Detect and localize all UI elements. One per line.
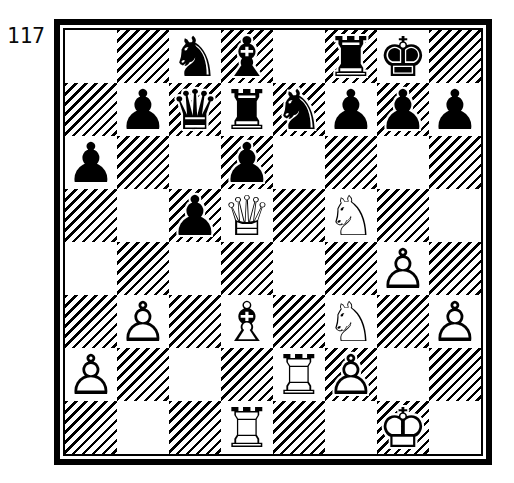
square-f5: ♞♘: [325, 189, 377, 242]
piece-black-bishop: ♝♝: [221, 30, 273, 83]
square-b2: [117, 348, 169, 401]
square-f1: [325, 401, 377, 454]
piece-white-king: ♚♔: [377, 401, 429, 454]
square-h4: [429, 242, 481, 295]
square-b1: [117, 401, 169, 454]
square-a7: [65, 83, 117, 136]
square-f4: [325, 242, 377, 295]
square-g8: ♚♚: [377, 30, 429, 83]
square-b8: [117, 30, 169, 83]
square-a8: [65, 30, 117, 83]
piece-black-rook: ♜♜: [221, 83, 273, 136]
page: { "diagram_number": "117", "game": "ches…: [0, 0, 514, 483]
piece-white-pawn: ♟♙: [377, 242, 429, 295]
square-h3: ♟♙: [429, 295, 481, 348]
square-d8: ♝♝: [221, 30, 273, 83]
square-g1: ♚♔: [377, 401, 429, 454]
piece-white-pawn: ♟♙: [325, 348, 377, 401]
piece-black-pawn: ♟♟: [65, 136, 117, 189]
square-g4: ♟♙: [377, 242, 429, 295]
square-h7: ♟♟: [429, 83, 481, 136]
piece-black-queen: ♛♛: [169, 83, 221, 136]
square-c5: ♟♟: [169, 189, 221, 242]
square-g7: ♟♟: [377, 83, 429, 136]
piece-white-knight: ♞♘: [325, 295, 377, 348]
square-d2: [221, 348, 273, 401]
square-e7: ♞♞: [273, 83, 325, 136]
square-b7: ♟♟: [117, 83, 169, 136]
square-a6: ♟♟: [65, 136, 117, 189]
square-g2: [377, 348, 429, 401]
piece-white-pawn: ♟♙: [429, 295, 481, 348]
piece-white-queen: ♛♕: [221, 189, 273, 242]
square-e4: [273, 242, 325, 295]
square-h1: [429, 401, 481, 454]
square-e8: [273, 30, 325, 83]
square-d3: ♝♗: [221, 295, 273, 348]
piece-white-pawn: ♟♙: [65, 348, 117, 401]
square-f8: ♜♜: [325, 30, 377, 83]
square-h6: [429, 136, 481, 189]
square-e6: [273, 136, 325, 189]
square-c1: [169, 401, 221, 454]
square-d6: ♟♟: [221, 136, 273, 189]
square-c6: [169, 136, 221, 189]
square-f7: ♟♟: [325, 83, 377, 136]
square-h2: [429, 348, 481, 401]
square-e5: [273, 189, 325, 242]
piece-black-knight: ♞♞: [169, 30, 221, 83]
square-a5: [65, 189, 117, 242]
piece-black-rook: ♜♜: [325, 30, 377, 83]
piece-white-knight: ♞♘: [325, 189, 377, 242]
square-c3: [169, 295, 221, 348]
chess-board-frame: ♞♞♝♝♜♜♚♚♟♟♛♛♜♜♞♞♟♟♟♟♟♟♟♟♟♟♟♟♛♕♞♘♟♙♟♙♝♗♞♘…: [54, 19, 492, 465]
piece-white-rook: ♜♖: [221, 401, 273, 454]
chess-board-inner-border: ♞♞♝♝♜♜♚♚♟♟♛♛♜♜♞♞♟♟♟♟♟♟♟♟♟♟♟♟♛♕♞♘♟♙♟♙♝♗♞♘…: [63, 28, 483, 456]
square-b6: [117, 136, 169, 189]
piece-white-rook: ♜♖: [273, 348, 325, 401]
square-e3: [273, 295, 325, 348]
piece-black-pawn: ♟♟: [429, 83, 481, 136]
square-a3: [65, 295, 117, 348]
square-h5: [429, 189, 481, 242]
square-f6: [325, 136, 377, 189]
square-g5: [377, 189, 429, 242]
square-d4: [221, 242, 273, 295]
square-c7: ♛♛: [169, 83, 221, 136]
piece-black-pawn: ♟♟: [169, 189, 221, 242]
piece-black-king: ♚♚: [377, 30, 429, 83]
square-a2: ♟♙: [65, 348, 117, 401]
square-b3: ♟♙: [117, 295, 169, 348]
square-f2: ♟♙: [325, 348, 377, 401]
square-f3: ♞♘: [325, 295, 377, 348]
square-h8: [429, 30, 481, 83]
piece-white-pawn: ♟♙: [117, 295, 169, 348]
square-c2: [169, 348, 221, 401]
square-e1: [273, 401, 325, 454]
square-d5: ♛♕: [221, 189, 273, 242]
chess-board: ♞♞♝♝♜♜♚♚♟♟♛♛♜♜♞♞♟♟♟♟♟♟♟♟♟♟♟♟♛♕♞♘♟♙♟♙♝♗♞♘…: [65, 30, 481, 454]
piece-black-pawn: ♟♟: [221, 136, 273, 189]
square-g3: [377, 295, 429, 348]
piece-black-knight: ♞♞: [273, 83, 325, 136]
square-d1: ♜♖: [221, 401, 273, 454]
square-a4: [65, 242, 117, 295]
diagram-number: 117: [7, 24, 45, 48]
square-b4: [117, 242, 169, 295]
square-c4: [169, 242, 221, 295]
square-d7: ♜♜: [221, 83, 273, 136]
piece-white-bishop: ♝♗: [221, 295, 273, 348]
piece-black-pawn: ♟♟: [117, 83, 169, 136]
square-b5: [117, 189, 169, 242]
square-g6: [377, 136, 429, 189]
piece-black-pawn: ♟♟: [325, 83, 377, 136]
square-c8: ♞♞: [169, 30, 221, 83]
piece-black-pawn: ♟♟: [377, 83, 429, 136]
square-a1: [65, 401, 117, 454]
square-e2: ♜♖: [273, 348, 325, 401]
